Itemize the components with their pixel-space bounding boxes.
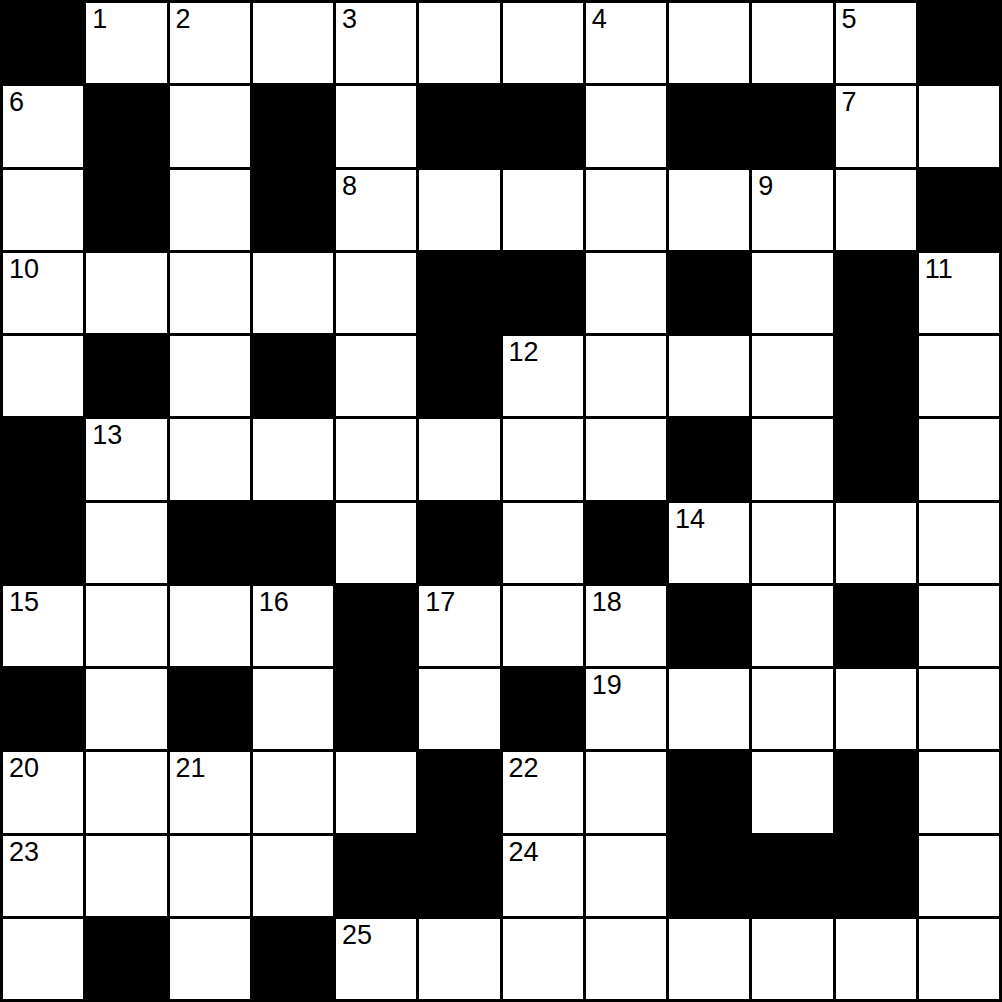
cell-r9c6[interactable]	[419, 669, 499, 749]
cell-r8c3[interactable]	[170, 586, 250, 666]
cell-r2c11[interactable]: 7	[836, 86, 916, 166]
cell-r12c6[interactable]	[419, 919, 499, 999]
cell-r1c10[interactable]	[752, 3, 832, 83]
clue-number-15: 15	[9, 589, 39, 616]
cell-r4c12[interactable]: 11	[919, 253, 999, 333]
clue-number-18: 18	[592, 589, 622, 616]
block-cell-r7c4	[253, 503, 333, 583]
cell-r5c9[interactable]	[669, 336, 749, 416]
block-cell-r4c9	[669, 253, 749, 333]
clue-number-10: 10	[9, 256, 39, 283]
block-cell-r5c6	[419, 336, 499, 416]
cell-r2c12[interactable]	[919, 86, 999, 166]
cell-r11c1[interactable]: 23	[3, 836, 83, 916]
block-cell-r9c7	[503, 669, 583, 749]
cell-r3c9[interactable]	[669, 170, 749, 250]
cell-r10c7[interactable]: 22	[503, 752, 583, 832]
block-cell-r1c12	[919, 3, 999, 83]
cell-r12c11[interactable]	[836, 919, 916, 999]
cell-r1c4[interactable]	[253, 3, 333, 83]
block-cell-r4c11	[836, 253, 916, 333]
cell-r3c1[interactable]	[3, 170, 83, 250]
block-cell-r7c1	[3, 503, 83, 583]
block-cell-r8c11	[836, 586, 916, 666]
cell-r12c5[interactable]: 25	[336, 919, 416, 999]
cell-r12c1[interactable]	[3, 919, 83, 999]
cell-r10c2[interactable]	[86, 752, 166, 832]
block-cell-r11c11	[836, 836, 916, 916]
cell-r10c4[interactable]	[253, 752, 333, 832]
clue-number-24: 24	[509, 839, 539, 866]
cell-r7c5[interactable]	[336, 503, 416, 583]
cell-r2c1[interactable]: 6	[3, 86, 83, 166]
clue-number-23: 23	[9, 839, 39, 866]
cell-r10c1[interactable]: 20	[3, 752, 83, 832]
block-cell-r3c2	[86, 170, 166, 250]
cell-r5c12[interactable]	[919, 336, 999, 416]
cell-r10c10[interactable]	[752, 752, 832, 832]
crossword-board: 1234567891011121314151617181920212223242…	[0, 0, 1002, 1002]
clue-number-6: 6	[9, 89, 24, 116]
clue-number-7: 7	[842, 89, 857, 116]
cell-r3c11[interactable]	[836, 170, 916, 250]
cell-r4c8[interactable]	[586, 253, 666, 333]
block-cell-r9c3	[170, 669, 250, 749]
block-cell-r2c6	[419, 86, 499, 166]
cell-r1c7[interactable]	[503, 3, 583, 83]
cell-r4c10[interactable]	[752, 253, 832, 333]
block-cell-r10c11	[836, 752, 916, 832]
cell-r12c10[interactable]	[752, 919, 832, 999]
cell-r6c4[interactable]	[253, 419, 333, 499]
cell-r5c7[interactable]: 12	[503, 336, 583, 416]
block-cell-r11c6	[419, 836, 499, 916]
clue-number-2: 2	[176, 6, 191, 33]
block-cell-r3c12	[919, 170, 999, 250]
cell-r11c8[interactable]	[586, 836, 666, 916]
cell-r10c5[interactable]	[336, 752, 416, 832]
clue-number-14: 14	[675, 506, 705, 533]
cell-r3c10[interactable]: 9	[752, 170, 832, 250]
block-cell-r7c6	[419, 503, 499, 583]
block-cell-r8c5	[336, 586, 416, 666]
block-cell-r4c6	[419, 253, 499, 333]
block-cell-r6c11	[836, 419, 916, 499]
cell-r8c2[interactable]	[86, 586, 166, 666]
clue-number-11: 11	[925, 256, 953, 283]
cell-r9c8[interactable]: 19	[586, 669, 666, 749]
cell-r4c1[interactable]: 10	[3, 253, 83, 333]
cell-r8c10[interactable]	[752, 586, 832, 666]
cell-r6c7[interactable]	[503, 419, 583, 499]
cell-r7c11[interactable]	[836, 503, 916, 583]
cell-r4c4[interactable]	[253, 253, 333, 333]
block-cell-r9c5	[336, 669, 416, 749]
cell-r9c10[interactable]	[752, 669, 832, 749]
block-cell-r12c4	[253, 919, 333, 999]
block-cell-r11c5	[336, 836, 416, 916]
cell-r6c2[interactable]: 13	[86, 419, 166, 499]
cell-r8c4[interactable]: 16	[253, 586, 333, 666]
cell-r11c12[interactable]	[919, 836, 999, 916]
block-cell-r11c10	[752, 836, 832, 916]
cell-r11c7[interactable]: 24	[503, 836, 583, 916]
cell-r4c2[interactable]	[86, 253, 166, 333]
clue-number-25: 25	[342, 922, 372, 949]
cell-r3c8[interactable]	[586, 170, 666, 250]
cell-r3c3[interactable]	[170, 170, 250, 250]
clue-number-9: 9	[758, 173, 773, 200]
clue-number-17: 17	[425, 589, 455, 616]
cell-r3c5[interactable]: 8	[336, 170, 416, 250]
cell-r8c8[interactable]: 18	[586, 586, 666, 666]
cell-r7c7[interactable]	[503, 503, 583, 583]
cell-r9c4[interactable]	[253, 669, 333, 749]
clue-number-8: 8	[342, 173, 357, 200]
block-cell-r2c4	[253, 86, 333, 166]
cell-r6c5[interactable]	[336, 419, 416, 499]
cell-r1c9[interactable]	[669, 3, 749, 83]
cell-r5c5[interactable]	[336, 336, 416, 416]
cell-r4c5[interactable]	[336, 253, 416, 333]
cell-r10c3[interactable]: 21	[170, 752, 250, 832]
cell-r7c2[interactable]	[86, 503, 166, 583]
clue-number-13: 13	[92, 422, 122, 449]
cell-r11c4[interactable]	[253, 836, 333, 916]
cell-r5c3[interactable]	[170, 336, 250, 416]
clue-number-1: 1	[92, 6, 107, 33]
clue-number-5: 5	[842, 6, 857, 33]
block-cell-r5c2	[86, 336, 166, 416]
cell-r9c12[interactable]	[919, 669, 999, 749]
clue-number-16: 16	[259, 589, 289, 616]
cell-r7c10[interactable]	[752, 503, 832, 583]
cell-r12c3[interactable]	[170, 919, 250, 999]
block-cell-r2c10	[752, 86, 832, 166]
cell-r3c6[interactable]	[419, 170, 499, 250]
block-cell-r2c7	[503, 86, 583, 166]
cell-r2c8[interactable]	[586, 86, 666, 166]
cell-r1c5[interactable]: 3	[336, 3, 416, 83]
block-cell-r8c9	[669, 586, 749, 666]
cell-r1c2[interactable]: 1	[86, 3, 166, 83]
clue-number-22: 22	[509, 755, 539, 782]
block-cell-r10c9	[669, 752, 749, 832]
cell-r10c12[interactable]	[919, 752, 999, 832]
block-cell-r3c4	[253, 170, 333, 250]
block-cell-r7c8	[586, 503, 666, 583]
clue-number-3: 3	[342, 6, 357, 33]
block-cell-r2c2	[86, 86, 166, 166]
block-cell-r4c7	[503, 253, 583, 333]
cell-r10c8[interactable]	[586, 752, 666, 832]
cell-r9c2[interactable]	[86, 669, 166, 749]
cell-r5c10[interactable]	[752, 336, 832, 416]
block-cell-r7c3	[170, 503, 250, 583]
block-cell-r6c1	[3, 419, 83, 499]
cell-r8c6[interactable]: 17	[419, 586, 499, 666]
block-cell-r12c2	[86, 919, 166, 999]
block-cell-r5c4	[253, 336, 333, 416]
cell-r7c9[interactable]: 14	[669, 503, 749, 583]
block-cell-r2c9	[669, 86, 749, 166]
cell-r6c3[interactable]	[170, 419, 250, 499]
block-cell-r1c1	[3, 3, 83, 83]
cell-r5c8[interactable]	[586, 336, 666, 416]
block-cell-r9c1	[3, 669, 83, 749]
cell-r12c8[interactable]	[586, 919, 666, 999]
cell-r9c11[interactable]	[836, 669, 916, 749]
cell-r12c7[interactable]	[503, 919, 583, 999]
cell-r2c3[interactable]	[170, 86, 250, 166]
clue-number-21: 21	[176, 755, 206, 782]
clue-number-4: 4	[592, 6, 607, 33]
block-cell-r11c9	[669, 836, 749, 916]
cell-r6c8[interactable]	[586, 419, 666, 499]
cell-r4c3[interactable]	[170, 253, 250, 333]
cell-r11c3[interactable]	[170, 836, 250, 916]
clue-number-12: 12	[509, 339, 539, 366]
cell-r6c10[interactable]	[752, 419, 832, 499]
cell-r12c9[interactable]	[669, 919, 749, 999]
block-cell-r10c6	[419, 752, 499, 832]
cell-r8c1[interactable]: 15	[3, 586, 83, 666]
cell-r2c5[interactable]	[336, 86, 416, 166]
cell-r3c7[interactable]	[503, 170, 583, 250]
clue-number-19: 19	[592, 672, 622, 699]
cell-r7c12[interactable]	[919, 503, 999, 583]
cell-r5c1[interactable]	[3, 336, 83, 416]
cell-r12c12[interactable]	[919, 919, 999, 999]
block-cell-r6c9	[669, 419, 749, 499]
cell-r11c2[interactable]	[86, 836, 166, 916]
cell-r1c11[interactable]: 5	[836, 3, 916, 83]
cell-r1c8[interactable]: 4	[586, 3, 666, 83]
block-cell-r5c11	[836, 336, 916, 416]
clue-number-20: 20	[9, 755, 39, 782]
cell-r8c12[interactable]	[919, 586, 999, 666]
cell-r6c6[interactable]	[419, 419, 499, 499]
cell-r1c6[interactable]	[419, 3, 499, 83]
cell-r9c9[interactable]	[669, 669, 749, 749]
cell-r6c12[interactable]	[919, 419, 999, 499]
cell-r1c3[interactable]: 2	[170, 3, 250, 83]
cell-r8c7[interactable]	[503, 586, 583, 666]
